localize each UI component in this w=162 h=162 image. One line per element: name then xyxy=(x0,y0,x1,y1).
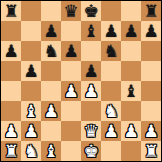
square-c1[interactable]: ♝ xyxy=(41,141,61,161)
square-f5[interactable] xyxy=(101,61,121,81)
square-c5[interactable] xyxy=(41,61,61,81)
square-d2[interactable] xyxy=(61,121,81,141)
square-f3[interactable]: ♞ xyxy=(101,101,121,121)
piece-black-pawn[interactable]: ♟ xyxy=(143,21,158,41)
piece-white-king[interactable]: ♚ xyxy=(83,141,98,161)
square-c3[interactable]: ♟ xyxy=(41,101,61,121)
square-b5[interactable]: ♟ xyxy=(21,61,41,81)
square-a6[interactable]: ♟ xyxy=(1,41,21,61)
square-a2[interactable]: ♟ xyxy=(1,121,21,141)
square-h4[interactable] xyxy=(141,81,161,101)
square-h1[interactable]: ♜ xyxy=(141,141,161,161)
piece-white-rook[interactable]: ♜ xyxy=(3,141,18,161)
piece-white-pawn[interactable]: ♟ xyxy=(23,121,38,141)
square-a4[interactable] xyxy=(1,81,21,101)
square-h7[interactable]: ♟ xyxy=(141,21,161,41)
piece-white-knight[interactable]: ♞ xyxy=(103,101,118,121)
square-a5[interactable] xyxy=(1,61,21,81)
square-g3[interactable] xyxy=(121,101,141,121)
square-d1[interactable] xyxy=(61,141,81,161)
square-e5[interactable]: ♟ xyxy=(81,61,101,81)
piece-white-bishop[interactable]: ♝ xyxy=(23,101,38,121)
square-f2[interactable]: ♟ xyxy=(101,121,121,141)
square-g5[interactable] xyxy=(121,61,141,81)
square-a1[interactable]: ♜ xyxy=(1,141,21,161)
piece-black-knight[interactable]: ♞ xyxy=(103,41,118,61)
piece-white-bishop[interactable]: ♝ xyxy=(43,141,58,161)
square-e2[interactable]: ♛ xyxy=(81,121,101,141)
square-h6[interactable] xyxy=(141,41,161,61)
piece-black-pawn[interactable]: ♟ xyxy=(103,21,118,41)
square-g4[interactable]: ♝ xyxy=(121,81,141,101)
square-g1[interactable] xyxy=(121,141,141,161)
square-b3[interactable]: ♝ xyxy=(21,101,41,121)
square-c8[interactable] xyxy=(41,1,61,21)
square-d3[interactable] xyxy=(61,101,81,121)
square-f1[interactable] xyxy=(101,141,121,161)
piece-black-rook[interactable]: ♜ xyxy=(3,1,18,21)
piece-white-pawn[interactable]: ♟ xyxy=(43,101,58,121)
piece-black-pawn[interactable]: ♟ xyxy=(3,41,18,61)
piece-white-knight[interactable]: ♞ xyxy=(23,141,38,161)
piece-white-pawn[interactable]: ♟ xyxy=(143,121,158,141)
square-c6[interactable]: ♞ xyxy=(41,41,61,61)
square-e7[interactable]: ♝ xyxy=(81,21,101,41)
square-b2[interactable]: ♟ xyxy=(21,121,41,141)
piece-white-pawn[interactable]: ♟ xyxy=(103,121,118,141)
piece-black-pawn[interactable]: ♟ xyxy=(123,21,138,41)
piece-black-pawn[interactable]: ♟ xyxy=(43,21,58,41)
square-f4[interactable] xyxy=(101,81,121,101)
square-f7[interactable]: ♟ xyxy=(101,21,121,41)
piece-white-pawn[interactable]: ♟ xyxy=(63,81,78,101)
chess-board: ♜♛♚♜♟♝♟♟♟♟♞♟♞♟♟♟♟♝♝♟♞♟♟♛♟♟♟♜♞♝♚♜ xyxy=(0,0,162,162)
piece-white-rook[interactable]: ♜ xyxy=(143,141,158,161)
square-d8[interactable]: ♛ xyxy=(61,1,81,21)
piece-black-queen[interactable]: ♛ xyxy=(63,1,78,21)
square-b1[interactable]: ♞ xyxy=(21,141,41,161)
square-g2[interactable]: ♟ xyxy=(121,121,141,141)
square-a3[interactable] xyxy=(1,101,21,121)
piece-white-queen[interactable]: ♛ xyxy=(83,121,98,141)
square-g6[interactable] xyxy=(121,41,141,61)
square-b8[interactable] xyxy=(21,1,41,21)
square-e6[interactable] xyxy=(81,41,101,61)
square-d6[interactable]: ♟ xyxy=(61,41,81,61)
square-h2[interactable]: ♟ xyxy=(141,121,161,141)
piece-black-knight[interactable]: ♞ xyxy=(43,41,58,61)
square-c7[interactable]: ♟ xyxy=(41,21,61,41)
piece-black-pawn[interactable]: ♟ xyxy=(63,41,78,61)
square-c4[interactable] xyxy=(41,81,61,101)
square-b7[interactable] xyxy=(21,21,41,41)
square-e8[interactable]: ♚ xyxy=(81,1,101,21)
square-h5[interactable] xyxy=(141,61,161,81)
piece-black-bishop[interactable]: ♝ xyxy=(83,21,98,41)
square-e3[interactable] xyxy=(81,101,101,121)
piece-white-pawn[interactable]: ♟ xyxy=(83,81,98,101)
square-a7[interactable] xyxy=(1,21,21,41)
square-h8[interactable]: ♜ xyxy=(141,1,161,21)
piece-black-pawn[interactable]: ♟ xyxy=(83,61,98,81)
square-b4[interactable] xyxy=(21,81,41,101)
square-e1[interactable]: ♚ xyxy=(81,141,101,161)
square-f6[interactable]: ♞ xyxy=(101,41,121,61)
square-h3[interactable] xyxy=(141,101,161,121)
piece-black-rook[interactable]: ♜ xyxy=(143,1,158,21)
square-g8[interactable] xyxy=(121,1,141,21)
square-g7[interactable]: ♟ xyxy=(121,21,141,41)
square-f8[interactable] xyxy=(101,1,121,21)
square-d7[interactable] xyxy=(61,21,81,41)
square-d5[interactable] xyxy=(61,61,81,81)
piece-black-pawn[interactable]: ♟ xyxy=(23,61,38,81)
piece-white-pawn[interactable]: ♟ xyxy=(3,121,18,141)
piece-black-king[interactable]: ♚ xyxy=(83,1,98,21)
piece-black-bishop[interactable]: ♝ xyxy=(123,81,138,101)
square-e4[interactable]: ♟ xyxy=(81,81,101,101)
square-d4[interactable]: ♟ xyxy=(61,81,81,101)
chess-board-container: ♜♛♚♜♟♝♟♟♟♟♞♟♞♟♟♟♟♝♝♟♞♟♟♛♟♟♟♜♞♝♚♜ xyxy=(0,0,162,162)
square-a8[interactable]: ♜ xyxy=(1,1,21,21)
square-b6[interactable] xyxy=(21,41,41,61)
square-c2[interactable] xyxy=(41,121,61,141)
piece-white-pawn[interactable]: ♟ xyxy=(123,121,138,141)
